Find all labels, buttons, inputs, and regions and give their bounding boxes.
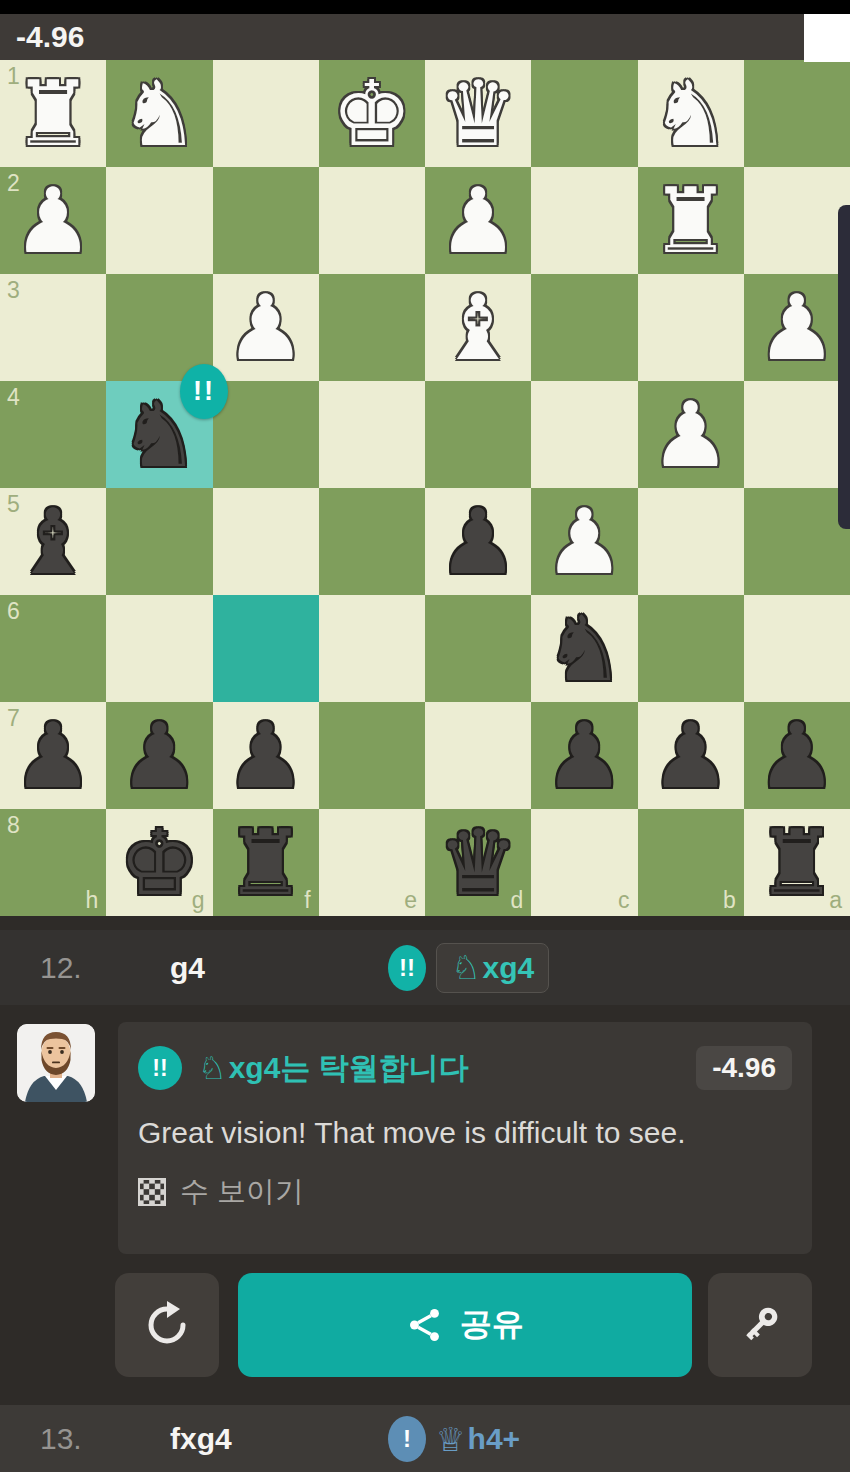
rank-label-6: 6 [7,598,20,625]
square-c7[interactable]: ♟ [531,702,637,809]
rank-label-3: 3 [7,277,20,304]
square-d8[interactable]: d♛ [425,809,531,916]
piece-black-k-g8[interactable]: ♚ [119,809,200,916]
square-c4[interactable] [531,381,637,488]
piece-black-p-d5[interactable]: ♟ [438,488,519,595]
file-label-f: f [304,887,310,914]
piece-black-p-a7[interactable]: ♟ [757,702,838,809]
piece-white-r-b2[interactable]: ♜ [650,167,731,274]
knight-glyph: ♘ [451,948,481,987]
show-moves-toggle[interactable]: 수 보이기 [138,1172,792,1212]
file-label-a: a [829,887,842,914]
coach-headline-suffix: 는 탁월합니다 [280,1048,468,1089]
square-c8[interactable]: c [531,809,637,916]
piece-white-p-f3[interactable]: ♟ [225,274,306,381]
piece-white-q-d1[interactable]: ♛ [438,60,519,167]
piece-black-p-g7[interactable]: ♟ [119,702,200,809]
piece-white-p-h2[interactable]: ♟ [13,167,94,274]
square-c3[interactable] [531,274,637,381]
black-move-12-pill[interactable]: ♘ xg4 [436,943,549,993]
square-g7[interactable]: ♟ [106,702,212,809]
square-h5[interactable]: 5♝ [0,488,106,595]
black-move-13-text: h4+ [468,1422,521,1456]
piece-white-k-e1[interactable]: ♚ [332,60,413,167]
show-moves-label: 수 보이기 [180,1172,304,1212]
rank-label-7: 7 [7,705,20,732]
piece-black-r-f8[interactable]: ♜ [225,809,306,916]
brilliant-badge-label: !! [193,376,215,407]
piece-black-n-c6[interactable]: ♞ [544,595,625,702]
square-d3[interactable]: ♝ [425,274,531,381]
square-f2[interactable] [213,167,319,274]
brilliant-move-badge: !! [180,364,228,419]
move-row-12: 12. g4 !! ♘ xg4 [0,930,850,1005]
top-bar: -4.96 [0,14,850,60]
piece-white-p-c5[interactable]: ♟ [544,488,625,595]
piece-white-r-h1[interactable]: ♜ [13,60,94,167]
square-a4[interactable] [744,381,850,488]
square-h3[interactable]: 3 [0,274,106,381]
square-e1[interactable]: ♚ [319,60,425,167]
good-move-annotation-badge: ! [388,1416,426,1462]
file-label-d: d [510,887,523,914]
retry-button[interactable] [115,1273,219,1377]
square-e2[interactable] [319,167,425,274]
piece-black-q-d8[interactable]: ♛ [438,809,519,916]
evaluation-score: -4.96 [16,14,84,60]
knight-glyph: ♘ [198,1049,227,1087]
file-label-b: b [723,887,736,914]
evaluation-badge: -4.96 [696,1046,792,1090]
square-b1[interactable]: ♞ [638,60,744,167]
square-b6[interactable] [638,595,744,702]
piece-black-r-a8[interactable]: ♜ [757,809,838,916]
brilliant-annotation-badge: !! [388,945,426,991]
square-d6[interactable] [425,595,531,702]
coach-panel-header: !! ♘xg4 는 탁월합니다 -4.96 [138,1046,792,1090]
square-f6[interactable] [213,595,319,702]
file-label-c: c [618,887,630,914]
coach-headline: ♘xg4 는 탁월합니다 [198,1048,469,1089]
square-d1[interactable]: ♛ [425,60,531,167]
square-c5[interactable]: ♟ [531,488,637,595]
status-strip [0,0,850,14]
square-f3[interactable]: ♟ [213,274,319,381]
black-move-13[interactable]: ♕ h4+ [436,1419,520,1458]
move-number-13: 13. [40,1422,82,1456]
square-b2[interactable]: ♜ [638,167,744,274]
square-e5[interactable] [319,488,425,595]
piece-white-n-g1[interactable]: ♞ [119,60,200,167]
square-e7[interactable] [319,702,425,809]
coach-comment-text: Great vision! That move is difficult to … [138,1116,792,1150]
square-f8[interactable]: f♜ [213,809,319,916]
square-h6[interactable]: 6 [0,595,106,702]
square-h2[interactable]: 2♟ [0,167,106,274]
share-icon [406,1306,444,1344]
square-c2[interactable] [531,167,637,274]
piece-black-p-f7[interactable]: ♟ [225,702,306,809]
rank-label-8: 8 [7,812,20,839]
piece-black-p-h7[interactable]: ♟ [13,702,94,809]
brilliant-annotation-badge-panel: !! [138,1046,182,1090]
move-number-12: 12. [40,951,82,985]
square-b7[interactable]: ♟ [638,702,744,809]
rank-label-4: 4 [7,384,20,411]
square-c6[interactable]: ♞ [531,595,637,702]
black-move-12-text: xg4 [483,951,535,985]
piece-black-p-c7[interactable]: ♟ [544,702,625,809]
retry-icon [143,1301,191,1349]
square-d5[interactable]: ♟ [425,488,531,595]
square-e8[interactable]: e [319,809,425,916]
rank-label-5: 5 [7,491,20,518]
white-move-13[interactable]: fxg4 [170,1422,232,1456]
square-a5[interactable] [744,488,850,595]
piece-black-b-h5[interactable]: ♝ [13,488,94,595]
coach-comment-panel: !! ♘xg4 는 탁월합니다 -4.96 Great vision! That… [118,1022,812,1254]
square-e3[interactable] [319,274,425,381]
piece-white-p-b4[interactable]: ♟ [650,381,731,488]
queen-glyph: ♕ [436,1419,466,1458]
square-b5[interactable] [638,488,744,595]
mini-board-icon [138,1178,166,1206]
square-a3[interactable]: ♟ [744,274,850,381]
square-h8[interactable]: 8h [0,809,106,916]
square-a6[interactable] [744,595,850,702]
square-h1[interactable]: 1♜ [0,60,106,167]
coach-headline-move: xg4 [229,1051,281,1085]
square-g2[interactable] [106,167,212,274]
square-a2[interactable] [744,167,850,274]
piece-black-p-b7[interactable]: ♟ [650,702,731,809]
square-e4[interactable] [319,381,425,488]
square-f1[interactable] [213,60,319,167]
square-d7[interactable] [425,702,531,809]
file-label-h: h [85,887,98,914]
square-b8[interactable]: b [638,809,744,916]
piece-white-p-d2[interactable]: ♟ [438,167,519,274]
square-b3[interactable] [638,274,744,381]
square-g8[interactable]: g♚ [106,809,212,916]
square-h7[interactable]: 7♟ [0,702,106,809]
square-b4[interactable]: ♟ [638,381,744,488]
square-c1[interactable] [531,60,637,167]
square-f7[interactable]: ♟ [213,702,319,809]
square-a8[interactable]: a♜ [744,809,850,916]
file-label-e: e [404,887,417,914]
square-a1[interactable] [744,60,850,167]
piece-white-b-d3[interactable]: ♝ [438,274,519,381]
move-row-13: 13. fxg4 ! ♕ h4+ [0,1405,850,1472]
square-a7[interactable]: ♟ [744,702,850,809]
square-e6[interactable] [319,595,425,702]
piece-white-n-b1[interactable]: ♞ [650,60,731,167]
coach-avatar [17,1024,95,1102]
rank-label-1: 1 [7,63,20,90]
chess-board[interactable]: 1♜♞♚♛♞2♟♟♜3♟♝♟4♞♟5♝♟♟6♞7♟♟♟♟♟♟8hg♚f♜ed♛c… [0,60,850,916]
square-d2[interactable]: ♟ [425,167,531,274]
key-button[interactable] [708,1273,812,1377]
coach-avatar-image [17,1024,95,1102]
square-f4[interactable] [213,381,319,488]
top-right-notch [804,14,850,62]
square-h4[interactable]: 4 [0,381,106,488]
square-g6[interactable] [106,595,212,702]
square-g5[interactable] [106,488,212,595]
piece-white-p-a3[interactable]: ♟ [757,274,838,381]
share-button-label: 공유 [460,1303,524,1347]
file-label-g: g [192,887,205,914]
key-icon [737,1302,783,1348]
square-d4[interactable] [425,381,531,488]
square-g1[interactable]: ♞ [106,60,212,167]
side-drawer-handle[interactable] [838,205,850,529]
white-move-12[interactable]: g4 [170,951,205,985]
share-button[interactable]: 공유 [238,1273,692,1377]
square-f5[interactable] [213,488,319,595]
rank-label-2: 2 [7,170,20,197]
